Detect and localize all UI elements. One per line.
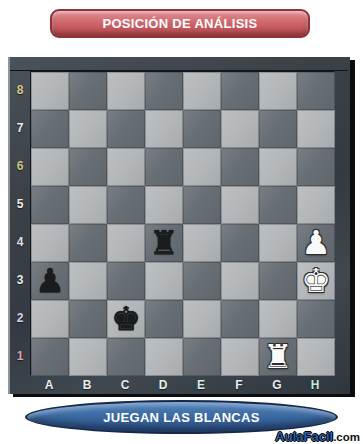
square-c8[interactable]: [107, 72, 145, 110]
rank-label-4: 4: [10, 223, 30, 261]
square-g7[interactable]: [259, 110, 297, 148]
rank-label-6: 6: [10, 147, 30, 185]
square-a3[interactable]: ♟: [31, 262, 69, 300]
board-grid: ♜♟♟♚♚♜: [30, 71, 334, 375]
square-f8[interactable]: [221, 72, 259, 110]
square-h4[interactable]: ♟: [297, 224, 335, 262]
piece-black-king[interactable]: ♚: [111, 300, 141, 338]
rank-label-5: 5: [10, 185, 30, 223]
square-h3[interactable]: ♚: [297, 262, 335, 300]
square-b1[interactable]: [69, 338, 107, 376]
square-b7[interactable]: [69, 110, 107, 148]
chess-board-frame: 87654321 ♜♟♟♚♚♜ ABCDEFGH: [8, 57, 350, 394]
square-h2[interactable]: [297, 300, 335, 338]
square-h6[interactable]: [297, 148, 335, 186]
square-f6[interactable]: [221, 148, 259, 186]
square-e6[interactable]: [183, 148, 221, 186]
square-f5[interactable]: [221, 186, 259, 224]
square-c6[interactable]: [107, 148, 145, 186]
file-label-d: D: [144, 375, 182, 394]
square-a6[interactable]: [31, 148, 69, 186]
page: POSICIÓN DE ANÁLISIS 87654321 ♜♟♟♚♚♜ ABC…: [0, 0, 363, 444]
square-e7[interactable]: [183, 110, 221, 148]
square-g8[interactable]: [259, 72, 297, 110]
rank-label-3: 3: [10, 261, 30, 299]
square-d2[interactable]: [145, 300, 183, 338]
square-e2[interactable]: [183, 300, 221, 338]
square-b8[interactable]: [69, 72, 107, 110]
square-c4[interactable]: [107, 224, 145, 262]
square-a1[interactable]: [31, 338, 69, 376]
rank-label-7: 7: [10, 109, 30, 147]
square-c5[interactable]: [107, 186, 145, 224]
square-g3[interactable]: [259, 262, 297, 300]
piece-white-rook[interactable]: ♜: [263, 338, 293, 376]
square-h8[interactable]: [297, 72, 335, 110]
file-label-c: C: [106, 375, 144, 394]
file-label-e: E: [182, 375, 220, 394]
square-b2[interactable]: [69, 300, 107, 338]
analysis-banner-label: POSICIÓN DE ANÁLISIS: [102, 16, 257, 31]
square-g2[interactable]: [259, 300, 297, 338]
square-f7[interactable]: [221, 110, 259, 148]
square-d5[interactable]: [145, 186, 183, 224]
square-d1[interactable]: [145, 338, 183, 376]
square-a4[interactable]: [31, 224, 69, 262]
square-e4[interactable]: [183, 224, 221, 262]
square-a8[interactable]: [31, 72, 69, 110]
square-e5[interactable]: [183, 186, 221, 224]
square-f2[interactable]: [221, 300, 259, 338]
square-a7[interactable]: [31, 110, 69, 148]
file-label-g: G: [258, 375, 296, 394]
file-labels: ABCDEFGH: [30, 375, 334, 394]
square-a5[interactable]: [31, 186, 69, 224]
piece-black-pawn[interactable]: ♟: [35, 262, 65, 300]
square-b3[interactable]: [69, 262, 107, 300]
square-g6[interactable]: [259, 148, 297, 186]
rank-labels: 87654321: [10, 71, 30, 375]
rank-label-8: 8: [10, 71, 30, 109]
brand-name: AulaFacil: [275, 429, 333, 444]
piece-white-king[interactable]: ♚: [301, 262, 331, 300]
square-h5[interactable]: [297, 186, 335, 224]
square-c3[interactable]: [107, 262, 145, 300]
file-label-h: H: [296, 375, 334, 394]
square-c7[interactable]: [107, 110, 145, 148]
file-label-a: A: [30, 375, 68, 394]
square-e1[interactable]: [183, 338, 221, 376]
brand-suffix: .com: [333, 431, 360, 443]
square-b6[interactable]: [69, 148, 107, 186]
square-g4[interactable]: [259, 224, 297, 262]
file-label-f: F: [220, 375, 258, 394]
file-label-b: B: [68, 375, 106, 394]
square-c2[interactable]: ♚: [107, 300, 145, 338]
square-d3[interactable]: [145, 262, 183, 300]
turn-banner-label: JUEGAN LAS BLANCAS: [103, 410, 259, 425]
square-h1[interactable]: [297, 338, 335, 376]
analysis-banner: POSICIÓN DE ANÁLISIS: [50, 9, 310, 38]
square-a2[interactable]: [31, 300, 69, 338]
square-b4[interactable]: [69, 224, 107, 262]
square-d7[interactable]: [145, 110, 183, 148]
square-d8[interactable]: [145, 72, 183, 110]
square-e8[interactable]: [183, 72, 221, 110]
square-c1[interactable]: [107, 338, 145, 376]
rank-label-2: 2: [10, 299, 30, 337]
square-h7[interactable]: [297, 110, 335, 148]
piece-black-rook[interactable]: ♜: [149, 224, 179, 262]
square-g5[interactable]: [259, 186, 297, 224]
square-g1[interactable]: ♜: [259, 338, 297, 376]
square-d4[interactable]: ♜: [145, 224, 183, 262]
piece-white-pawn[interactable]: ♟: [301, 224, 331, 262]
square-f3[interactable]: [221, 262, 259, 300]
square-e3[interactable]: [183, 262, 221, 300]
square-f1[interactable]: [221, 338, 259, 376]
square-d6[interactable]: [145, 148, 183, 186]
square-f4[interactable]: [221, 224, 259, 262]
square-b5[interactable]: [69, 186, 107, 224]
rank-label-1: 1: [10, 337, 30, 375]
brand: AulaFacil.com: [275, 427, 360, 444]
